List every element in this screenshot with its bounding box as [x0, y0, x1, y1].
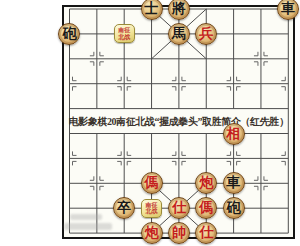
piece-black-砲[interactable]: 砲 — [58, 23, 80, 45]
piece-black-將[interactable]: 將 — [168, 0, 190, 20]
marker-line: 北战 — [118, 34, 130, 41]
watermark-smudge — [64, 223, 112, 230]
piece-red-傌[interactable]: 傌 — [195, 197, 217, 219]
piece-red-帥[interactable]: 帥 — [168, 222, 190, 244]
watermark-smudge — [70, 214, 102, 220]
page: { "game": "xiangqi", "river": { "caption… — [0, 0, 300, 246]
marker-tile[interactable]: 南征北战 — [141, 199, 162, 218]
watermark — [64, 214, 112, 230]
piece-black-馬[interactable]: 馬 — [168, 23, 190, 45]
marker-line: 北战 — [146, 208, 158, 215]
piece-red-炮[interactable]: 炮 — [195, 172, 217, 194]
piece-red-仕[interactable]: 仕 — [168, 197, 190, 219]
piece-red-相[interactable]: 相 — [223, 123, 245, 145]
piece-black-士[interactable]: 士 — [141, 0, 163, 20]
piece-red-仕[interactable]: 仕 — [195, 222, 217, 244]
xiangqi-board: 电影象棋20南征北战“握成拳头”取胜简介（红先胜） 士將車砲馬兵相傌炮車卒仕傌砲… — [62, 5, 295, 239]
board-grid: 士將車砲馬兵相傌炮車卒仕傌砲炮帥仕南征北战南征北战 — [56, 0, 300, 246]
piece-red-炮[interactable]: 炮 — [141, 222, 163, 244]
piece-black-車[interactable]: 車 — [277, 0, 299, 20]
marker-tile[interactable]: 南征北战 — [114, 24, 135, 43]
piece-red-兵[interactable]: 兵 — [195, 23, 217, 45]
piece-black-車[interactable]: 車 — [223, 172, 245, 194]
piece-red-傌[interactable]: 傌 — [141, 172, 163, 194]
piece-black-卒[interactable]: 卒 — [113, 197, 135, 219]
piece-black-砲[interactable]: 砲 — [223, 197, 245, 219]
